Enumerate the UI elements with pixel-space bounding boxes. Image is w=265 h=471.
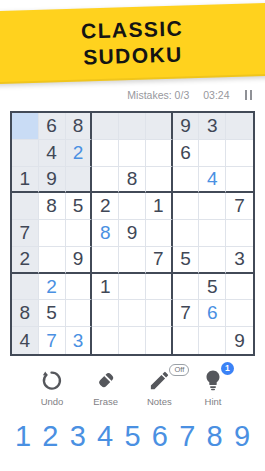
- cell-r5c1[interactable]: 7: [12, 220, 39, 247]
- app-title-line1: CLASSIC: [81, 15, 184, 44]
- cell-r1c7[interactable]: 9: [173, 113, 200, 140]
- cell-r4c9[interactable]: 7: [226, 193, 253, 220]
- cell-r7c5[interactable]: [119, 274, 146, 301]
- cell-r6c9[interactable]: 3: [226, 247, 253, 274]
- app-title-line2: SUDOKU: [83, 41, 183, 70]
- cell-r7c4[interactable]: 1: [92, 274, 119, 301]
- cell-r8c6[interactable]: [146, 300, 173, 327]
- cell-r7c7[interactable]: [173, 274, 200, 301]
- cell-r9c6[interactable]: [146, 327, 173, 354]
- pause-icon: [245, 90, 248, 100]
- pencil-icon: [148, 369, 171, 392]
- undo-icon: [40, 368, 64, 392]
- cell-r8c3[interactable]: [66, 300, 93, 327]
- cell-r4c2[interactable]: 8: [39, 193, 66, 220]
- numpad-6[interactable]: 6: [147, 419, 173, 453]
- cell-r2c1[interactable]: [12, 140, 39, 167]
- cell-r5c2[interactable]: [39, 220, 66, 247]
- hint-button[interactable]: 1 Hint: [187, 367, 239, 407]
- cell-r3c1[interactable]: 1: [12, 167, 39, 194]
- cell-r3c7[interactable]: [173, 167, 200, 194]
- cell-r6c2[interactable]: [39, 247, 66, 274]
- cell-r9c2[interactable]: 7: [39, 327, 66, 354]
- game-timer: 03:24: [203, 89, 229, 101]
- title-banner: CLASSIC SUDOKU: [0, 3, 265, 84]
- numpad-3[interactable]: 3: [65, 419, 91, 453]
- cell-r8c5[interactable]: [119, 300, 146, 327]
- pause-button[interactable]: [244, 89, 254, 101]
- undo-label: Undo: [41, 396, 64, 407]
- cell-r8c8[interactable]: 6: [199, 300, 226, 327]
- numpad-8[interactable]: 8: [202, 419, 228, 453]
- cell-r1c5[interactable]: [119, 113, 146, 140]
- cell-r9c7[interactable]: [173, 327, 200, 354]
- header: CLASSIC SUDOKU: [0, 0, 265, 84]
- cell-r9c3[interactable]: 3: [66, 327, 93, 354]
- cell-r4c3[interactable]: 5: [66, 193, 93, 220]
- cell-r5c8[interactable]: [199, 220, 226, 247]
- numpad-2[interactable]: 2: [37, 419, 63, 453]
- numpad-7[interactable]: 7: [174, 419, 200, 453]
- undo-button[interactable]: Undo: [26, 367, 78, 407]
- cell-r4c5[interactable]: [119, 193, 146, 220]
- cell-r7c3[interactable]: [66, 274, 93, 301]
- hint-label: Hint: [205, 396, 222, 407]
- cell-r3c2[interactable]: 9: [39, 167, 66, 194]
- cell-r1c1[interactable]: [12, 113, 39, 140]
- cell-r6c8[interactable]: [199, 247, 226, 274]
- cell-r5c9[interactable]: [226, 220, 253, 247]
- sudoku-grid: 68934261984852177892975321585764739: [10, 111, 255, 356]
- cell-r1c4[interactable]: [92, 113, 119, 140]
- mistakes-counter: Mistakes: 0/3: [127, 89, 189, 101]
- cell-r2c4[interactable]: [92, 140, 119, 167]
- cell-r5c6[interactable]: [146, 220, 173, 247]
- cell-r2c8[interactable]: [199, 140, 226, 167]
- status-bar: Mistakes: 0/3 03:24: [0, 87, 265, 103]
- hint-count-badge: 1: [221, 362, 234, 375]
- cell-r2c7[interactable]: 6: [173, 140, 200, 167]
- cell-r7c8[interactable]: 5: [199, 274, 226, 301]
- cell-r9c5[interactable]: [119, 327, 146, 354]
- numpad-5[interactable]: 5: [120, 419, 146, 453]
- cell-r5c4[interactable]: 8: [92, 220, 119, 247]
- numpad-1[interactable]: 1: [10, 419, 36, 453]
- toolbar: Undo Erase Off Notes: [26, 367, 239, 407]
- cell-r8c4[interactable]: [92, 300, 119, 327]
- cell-r6c3[interactable]: 9: [66, 247, 93, 274]
- cell-r9c1[interactable]: 4: [12, 327, 39, 354]
- cell-r6c4[interactable]: [92, 247, 119, 274]
- numpad-9[interactable]: 9: [229, 419, 255, 453]
- cell-r6c6[interactable]: 7: [146, 247, 173, 274]
- number-pad: 1 2 3 4 5 6 7 8 9: [10, 419, 255, 453]
- cell-r1c2[interactable]: 6: [39, 113, 66, 140]
- cell-r4c6[interactable]: 1: [146, 193, 173, 220]
- cell-r9c9[interactable]: 9: [226, 327, 253, 354]
- erase-label: Erase: [93, 396, 118, 407]
- cell-r5c5[interactable]: 9: [119, 220, 146, 247]
- cell-r7c2[interactable]: 2: [39, 274, 66, 301]
- cell-r6c5[interactable]: [119, 247, 146, 274]
- notes-off-badge: Off: [169, 364, 189, 376]
- cell-r2c9[interactable]: [226, 140, 253, 167]
- cell-r7c6[interactable]: [146, 274, 173, 301]
- cell-r1c9[interactable]: [226, 113, 253, 140]
- notes-button[interactable]: Off Notes: [133, 367, 185, 407]
- cell-r1c3[interactable]: 8: [66, 113, 93, 140]
- cell-r2c5[interactable]: [119, 140, 146, 167]
- cell-r2c2[interactable]: 4: [39, 140, 66, 167]
- cell-r8c1[interactable]: 8: [12, 300, 39, 327]
- cell-r7c9[interactable]: [226, 274, 253, 301]
- cell-r4c7[interactable]: [173, 193, 200, 220]
- cell-r3c3[interactable]: [66, 167, 93, 194]
- cell-r5c7[interactable]: [173, 220, 200, 247]
- cell-r8c7[interactable]: 7: [173, 300, 200, 327]
- numpad-4[interactable]: 4: [92, 419, 118, 453]
- cell-r4c8[interactable]: [199, 193, 226, 220]
- cell-r3c9[interactable]: [226, 167, 253, 194]
- cell-r8c2[interactable]: 5: [39, 300, 66, 327]
- cell-r9c8[interactable]: [199, 327, 226, 354]
- cell-r3c5[interactable]: 8: [119, 167, 146, 194]
- cell-r9c4[interactable]: [92, 327, 119, 354]
- cell-r4c1[interactable]: [12, 193, 39, 220]
- cell-r7c1[interactable]: [12, 274, 39, 301]
- cell-r4c4[interactable]: 2: [92, 193, 119, 220]
- cell-r8c9[interactable]: [226, 300, 253, 327]
- cell-r1c6[interactable]: [146, 113, 173, 140]
- cell-r6c1[interactable]: 2: [12, 247, 39, 274]
- eraser-icon: [94, 368, 118, 392]
- cell-r1c8[interactable]: 3: [199, 113, 226, 140]
- cell-r3c4[interactable]: [92, 167, 119, 194]
- cell-r5c3[interactable]: [66, 220, 93, 247]
- cell-r6c7[interactable]: 5: [173, 247, 200, 274]
- notes-label: Notes: [147, 396, 172, 407]
- pause-icon: [250, 90, 253, 100]
- cell-r2c3[interactable]: 2: [66, 140, 93, 167]
- cell-r3c6[interactable]: [146, 167, 173, 194]
- cell-r3c8[interactable]: 4: [199, 167, 226, 194]
- cell-r2c6[interactable]: [146, 140, 173, 167]
- erase-button[interactable]: Erase: [80, 367, 132, 407]
